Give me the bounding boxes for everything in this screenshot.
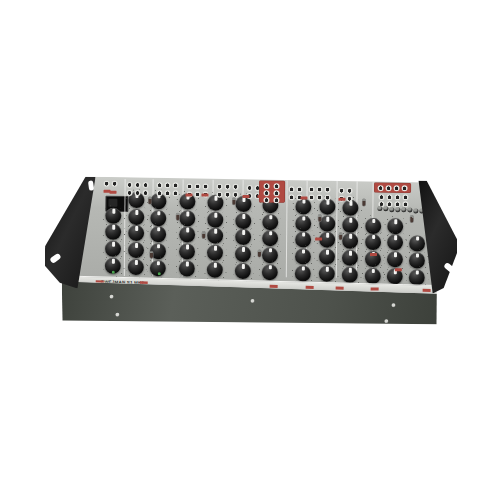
patch-jack [203,184,209,190]
knob-indicator [242,230,245,235]
module-divider [286,180,288,277]
knob [295,265,311,281]
toggle-switch [339,233,342,240]
knob-indicator [415,270,418,275]
screw [115,313,119,317]
knob-indicator [348,251,351,256]
patch-jack [289,186,295,192]
green-led [158,272,161,275]
patch-jack [394,185,400,191]
knob-indicator [269,215,272,220]
toggle-switch [258,250,261,257]
knob-indicator [301,266,304,271]
patch-jack [288,194,294,200]
trimmer-knob [401,207,406,212]
knob-indicator [156,261,159,266]
knob-indicator [268,265,271,270]
knob-indicator [112,242,115,247]
strip-red-label [140,281,148,284]
knob-indicator [186,212,189,217]
patch-jack [165,182,171,188]
red-label [185,193,192,196]
patch-jack [273,197,279,203]
knob-indicator [394,235,397,240]
knob-indicator [135,243,138,248]
knob-indicator [112,225,115,230]
patch-jack [308,194,314,200]
knob-indicator [185,262,188,267]
knob-indicator [372,219,375,224]
toggle-switch [410,215,413,222]
knob-indicator [349,218,352,223]
red-label [201,194,208,197]
patch-jack [386,185,392,191]
patch-jack [309,186,315,192]
knob-indicator [214,246,217,251]
knob-indicator [186,228,189,233]
knob-indicator [349,234,352,239]
screw [384,319,388,323]
red-label [257,195,264,198]
toggle-switch [318,215,321,222]
toggle-switch [362,199,365,206]
red-label [300,196,307,199]
knob-indicator [415,253,418,258]
red-label [395,268,402,271]
knob [235,263,251,279]
strip-red-label [371,287,379,290]
trimmer-knob [413,208,418,213]
knob-indicator [302,216,305,221]
toggle-switch [148,197,151,204]
patch-jack [263,197,269,203]
patch-jack [127,182,133,188]
knob-indicator [371,269,374,274]
toggle-switch [202,232,205,239]
strip-red-label [306,286,314,289]
knob-indicator [326,233,329,238]
green-led [112,271,115,274]
knob-indicator [302,199,305,204]
patch-jack [225,184,231,190]
strip-red-label [336,286,344,289]
knob-indicator [241,264,244,269]
patch-jack [297,187,303,193]
knob-indicator [348,268,351,273]
knob-indicator [214,213,217,218]
knob-indicator [111,259,114,264]
patch-jack [195,184,201,190]
knob-indicator [134,260,137,265]
patch-jack [112,181,118,187]
patch-jack [143,182,149,188]
red-label [110,191,117,194]
patch-jack [339,188,345,194]
patch-jack [173,183,179,189]
red-label [242,195,249,198]
toggle-switch [150,251,153,258]
knob-indicator [214,229,217,234]
knob-indicator [325,250,328,255]
knob-indicator [157,227,160,232]
rack-unit: CWEJMAN S1 MK2 [44,170,457,336]
knob-indicator [242,214,245,219]
knob-indicator [242,247,245,252]
patch-jack [233,184,239,190]
knob-indicator [416,236,419,241]
patch-jack [104,181,110,187]
knob-indicator [394,219,397,224]
knob-indicator [326,217,329,222]
knob-indicator [302,232,305,237]
patch-jack [378,194,384,200]
knob-indicator [135,226,138,231]
patch-jack [216,192,222,198]
trimmer-knob [389,207,394,212]
knob-indicator [135,210,138,215]
patch-jack [325,187,331,193]
knob-indicator [269,231,272,236]
patch-jack [402,195,408,201]
screw [110,295,114,299]
screw [392,303,396,307]
patch-jack [378,185,384,191]
patch-jack [273,190,279,196]
knob-indicator [393,252,396,257]
patch-jack [386,194,392,200]
strip-red-label [423,289,431,292]
screw [251,299,255,303]
strip-red-label [270,285,278,288]
patch-jack [264,183,270,189]
red-label [338,198,345,201]
knob [128,259,144,275]
patch-jack [274,183,280,189]
knob [262,264,278,280]
toggle-switch [232,198,235,205]
patch-jack [347,188,353,194]
knob-indicator [325,267,328,272]
knob [342,267,358,283]
patch-jack [247,185,253,191]
knob-indicator [157,244,160,249]
red-label [315,238,322,241]
knob-indicator [112,209,115,214]
knob-indicator [301,249,304,254]
knob [409,269,425,285]
patch-jack [194,192,200,198]
red-label [370,253,377,256]
knob-indicator [157,211,160,216]
knob-indicator [213,263,216,268]
trimmer-knob [383,206,388,211]
patch-jack [126,190,132,196]
patch-jack [402,185,408,191]
toggle-switch [176,213,179,220]
trimmer-knob [377,206,382,211]
patch-jack [187,183,193,189]
knob-indicator [372,235,375,240]
patch-jack [224,192,230,198]
knob [365,268,381,284]
trimmer-knob [407,208,412,213]
trimmer-knob [395,207,400,212]
patch-jack [394,195,400,201]
front-panel: CWEJMAN S1 MK2 [65,175,438,293]
patch-jack [135,182,141,188]
rack-ear-holes [46,170,458,174]
patch-jack [317,187,323,193]
ear-mount-hole [438,190,445,201]
patch-jack [157,182,163,188]
patch-jack [217,184,223,190]
patch-jack [156,190,162,196]
product-photo: CWEJMAN S1 MK2 [0,0,500,500]
knob-indicator [269,248,272,253]
knob-indicator [186,245,189,250]
